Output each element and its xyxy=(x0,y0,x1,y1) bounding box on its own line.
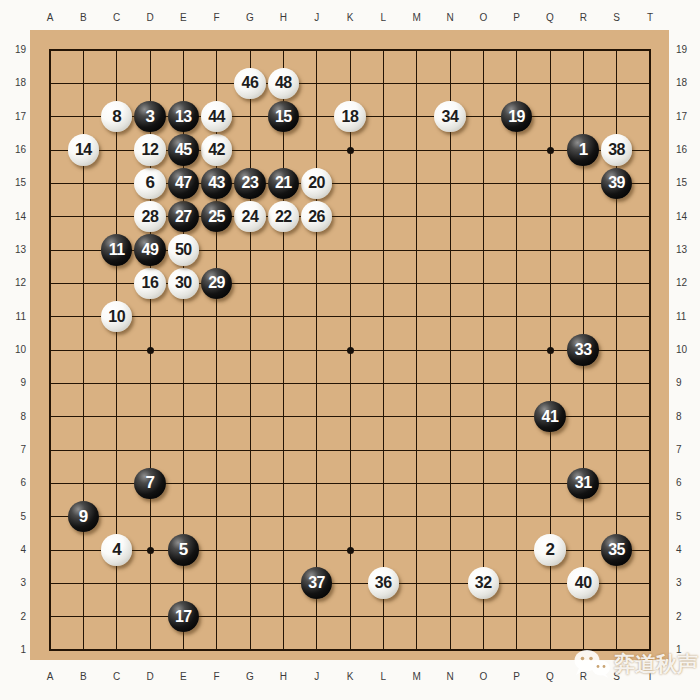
row-label: 19 xyxy=(676,44,700,56)
stone-white: 50 xyxy=(168,234,200,266)
stone-white: 36 xyxy=(368,567,400,599)
row-label: 9 xyxy=(2,377,26,389)
stone-black: 23 xyxy=(234,168,266,200)
column-label: N xyxy=(438,671,462,683)
column-label: Q xyxy=(538,12,562,24)
row-label: 9 xyxy=(676,377,700,389)
stone-white: 20 xyxy=(301,168,333,200)
column-label: R xyxy=(571,671,595,683)
stone-white: 12 xyxy=(134,134,166,166)
row-label: 14 xyxy=(2,211,26,223)
stone-white: 42 xyxy=(201,134,233,166)
row-label: 17 xyxy=(676,111,700,123)
row-label: 2 xyxy=(676,611,700,623)
stone-white: 24 xyxy=(234,201,266,233)
stone-black: 33 xyxy=(567,334,599,366)
row-label: 4 xyxy=(676,544,700,556)
stone-black: 47 xyxy=(168,168,200,200)
stone-black: 29 xyxy=(201,268,233,300)
column-label: P xyxy=(505,12,529,24)
stones-grid: 1234567891011121314151617181920212223242… xyxy=(33,33,666,666)
column-label: M xyxy=(405,12,429,24)
row-label: 6 xyxy=(2,477,26,489)
column-label: B xyxy=(71,671,95,683)
column-label: R xyxy=(571,12,595,24)
column-label: H xyxy=(271,12,295,24)
column-label: F xyxy=(205,671,229,683)
row-label: 7 xyxy=(676,444,700,456)
stone-black: 3 xyxy=(134,101,166,133)
column-label: J xyxy=(305,12,329,24)
row-label: 14 xyxy=(676,211,700,223)
stone-white: 28 xyxy=(134,201,166,233)
stone-white: 34 xyxy=(434,101,466,133)
column-label: L xyxy=(371,12,395,24)
stone-white: 2 xyxy=(534,534,566,566)
column-label: D xyxy=(138,12,162,24)
row-label: 1 xyxy=(2,644,26,656)
stone-black: 35 xyxy=(601,534,633,566)
column-label: S xyxy=(605,12,629,24)
column-label: D xyxy=(138,671,162,683)
row-label: 10 xyxy=(676,344,700,356)
stone-black: 19 xyxy=(501,101,533,133)
row-label: 8 xyxy=(676,411,700,423)
row-label: 5 xyxy=(2,511,26,523)
row-label: 13 xyxy=(676,244,700,256)
stone-black: 37 xyxy=(301,567,333,599)
stone-black: 9 xyxy=(68,501,100,533)
column-label: F xyxy=(205,12,229,24)
row-label: 16 xyxy=(2,144,26,156)
stone-white: 22 xyxy=(268,201,300,233)
column-label: C xyxy=(105,671,129,683)
row-label: 11 xyxy=(676,311,700,323)
stone-black: 17 xyxy=(168,601,200,633)
column-label: G xyxy=(238,671,262,683)
row-label: 4 xyxy=(2,544,26,556)
stone-black: 25 xyxy=(201,201,233,233)
row-label: 7 xyxy=(2,444,26,456)
stone-black: 7 xyxy=(134,468,166,500)
column-label: Q xyxy=(538,671,562,683)
column-label: E xyxy=(171,12,195,24)
stone-white: 48 xyxy=(268,68,300,100)
stone-white: 26 xyxy=(301,201,333,233)
stone-black: 15 xyxy=(268,101,300,133)
stone-white: 6 xyxy=(134,168,166,200)
column-label: H xyxy=(271,671,295,683)
stone-white: 16 xyxy=(134,268,166,300)
stone-white: 32 xyxy=(468,567,500,599)
stone-black: 43 xyxy=(201,168,233,200)
row-label: 11 xyxy=(2,311,26,323)
row-label: 13 xyxy=(2,244,26,256)
column-label: G xyxy=(238,12,262,24)
stone-white: 14 xyxy=(68,134,100,166)
stone-white: 4 xyxy=(101,534,133,566)
column-label: C xyxy=(105,12,129,24)
column-label: J xyxy=(305,671,329,683)
row-label: 1 xyxy=(676,644,700,656)
stone-white: 38 xyxy=(601,134,633,166)
column-label: S xyxy=(605,671,629,683)
column-label: B xyxy=(71,12,95,24)
column-label: T xyxy=(638,12,662,24)
row-label: 18 xyxy=(2,77,26,89)
stone-black: 45 xyxy=(168,134,200,166)
row-label: 8 xyxy=(2,411,26,423)
column-label: L xyxy=(371,671,395,683)
row-label: 17 xyxy=(2,111,26,123)
row-label: 3 xyxy=(2,577,26,589)
column-label: N xyxy=(438,12,462,24)
stone-white: 46 xyxy=(234,68,266,100)
row-label: 10 xyxy=(2,344,26,356)
stone-black: 1 xyxy=(567,134,599,166)
column-label: O xyxy=(471,12,495,24)
column-label: K xyxy=(338,671,362,683)
row-label: 18 xyxy=(676,77,700,89)
stone-black: 41 xyxy=(534,401,566,433)
stone-black: 49 xyxy=(134,234,166,266)
column-label: K xyxy=(338,12,362,24)
row-label: 6 xyxy=(676,477,700,489)
stone-black: 13 xyxy=(168,101,200,133)
stone-white: 8 xyxy=(101,101,133,133)
row-label: 3 xyxy=(676,577,700,589)
row-label: 19 xyxy=(2,44,26,56)
row-label: 15 xyxy=(676,177,700,189)
column-label: A xyxy=(38,12,62,24)
stone-black: 5 xyxy=(168,534,200,566)
row-label: 12 xyxy=(676,277,700,289)
row-label: 5 xyxy=(676,511,700,523)
column-label: P xyxy=(505,671,529,683)
column-label: T xyxy=(638,671,662,683)
row-label: 15 xyxy=(2,177,26,189)
stone-white: 10 xyxy=(101,301,133,333)
stone-white: 40 xyxy=(567,567,599,599)
row-label: 12 xyxy=(2,277,26,289)
stone-black: 21 xyxy=(268,168,300,200)
row-label: 16 xyxy=(676,144,700,156)
column-label: E xyxy=(171,671,195,683)
stone-white: 44 xyxy=(201,101,233,133)
stone-black: 31 xyxy=(567,468,599,500)
go-board: 1234567891011121314151617181920212223242… xyxy=(30,30,669,660)
column-label: A xyxy=(38,671,62,683)
row-label: 2 xyxy=(2,611,26,623)
stone-black: 39 xyxy=(601,168,633,200)
stone-black: 27 xyxy=(168,201,200,233)
column-label: M xyxy=(405,671,429,683)
stone-white: 18 xyxy=(334,101,366,133)
column-label: O xyxy=(471,671,495,683)
stone-black: 11 xyxy=(101,234,133,266)
go-diagram: ABCDEFGHJKLMNOPQRST ABCDEFGHJKLMNOPQRST … xyxy=(0,0,700,700)
stone-white: 30 xyxy=(168,268,200,300)
